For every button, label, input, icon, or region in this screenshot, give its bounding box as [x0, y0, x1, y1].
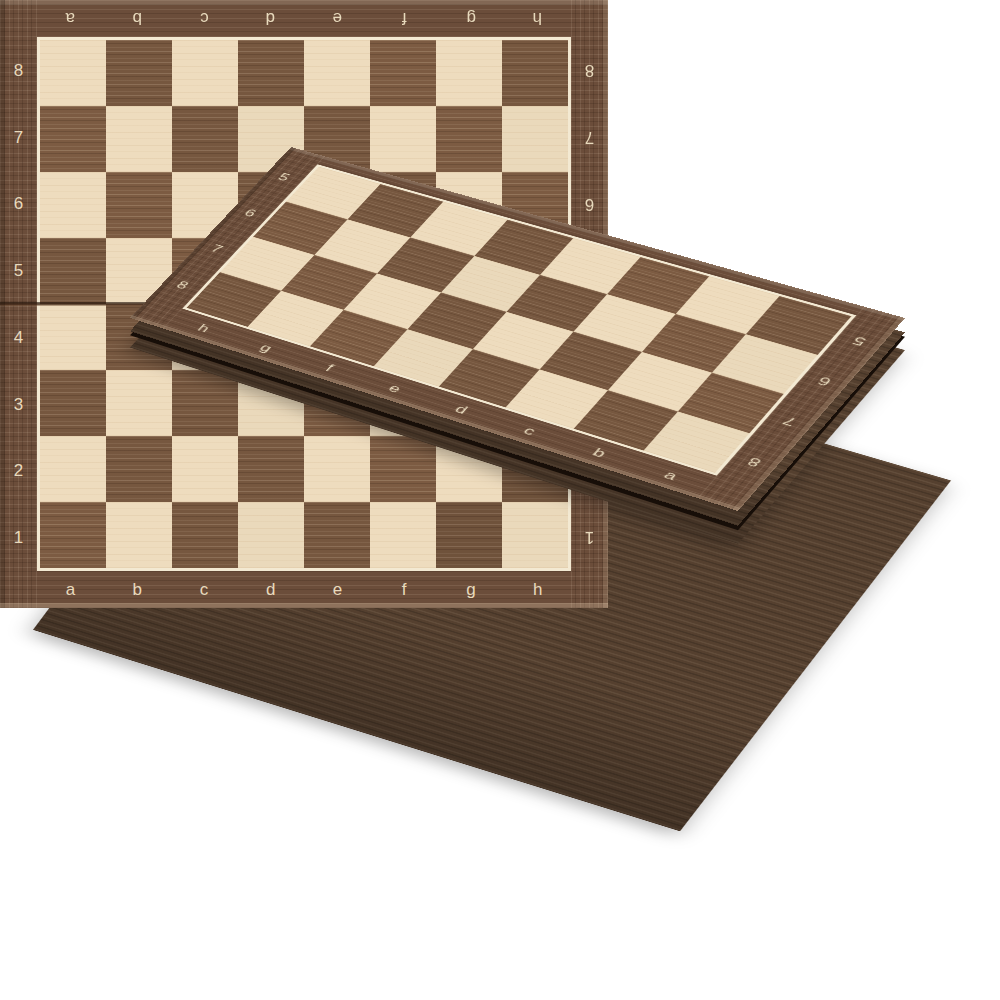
coordinate-label-a: a	[37, 0, 104, 37]
coordinate-label-h: h	[504, 571, 571, 608]
square-a7	[40, 106, 106, 172]
square-h7	[502, 106, 568, 172]
square-a3	[40, 370, 106, 436]
coordinate-label-d: d	[237, 571, 304, 608]
square-c3	[172, 370, 238, 436]
square-b3	[106, 370, 172, 436]
coordinate-label-b: b	[104, 571, 171, 608]
square-h1	[502, 502, 568, 568]
square-b1	[106, 502, 172, 568]
square-f7	[370, 106, 436, 172]
product-photo-scene: abcdefgh abcdefgh 87654321 87654321 hgfe…	[0, 0, 1000, 1000]
square-e1	[304, 502, 370, 568]
square-f8	[370, 40, 436, 106]
square-b7	[106, 106, 172, 172]
coordinate-label-c: c	[171, 0, 238, 37]
coordinate-label-d: d	[237, 0, 304, 37]
square-a6	[40, 172, 106, 238]
coordinate-label-a: a	[37, 571, 104, 608]
square-c7	[172, 106, 238, 172]
square-d8	[238, 40, 304, 106]
square-a5	[40, 238, 106, 304]
square-a8	[40, 40, 106, 106]
square-h8	[502, 40, 568, 106]
coordinate-label-e: e	[304, 571, 371, 608]
square-e8	[304, 40, 370, 106]
square-d1	[238, 502, 304, 568]
square-a4	[40, 304, 106, 370]
square-g7	[436, 106, 502, 172]
coordinate-label-e: e	[304, 0, 371, 37]
coordinate-label-g: g	[438, 571, 505, 608]
square-b2	[106, 436, 172, 502]
square-c1	[172, 502, 238, 568]
square-e2	[304, 436, 370, 502]
square-a2	[40, 436, 106, 502]
square-f2	[370, 436, 436, 502]
open-board-file-labels-far: abcdefgh	[37, 0, 571, 37]
square-b6	[106, 172, 172, 238]
coordinate-label-g: g	[438, 0, 505, 37]
coordinate-label-h: h	[504, 0, 571, 37]
square-b8	[106, 40, 172, 106]
square-c8	[172, 40, 238, 106]
square-g1	[436, 502, 502, 568]
square-a1	[40, 502, 106, 568]
coordinate-label-f: f	[371, 0, 438, 37]
open-board-file-labels-near: abcdefgh	[37, 571, 571, 608]
square-c2	[172, 436, 238, 502]
square-d2	[238, 436, 304, 502]
square-f1	[370, 502, 436, 568]
square-g8	[436, 40, 502, 106]
coordinate-label-f: f	[371, 571, 438, 608]
coordinate-label-c: c	[171, 571, 238, 608]
coordinate-label-b: b	[104, 0, 171, 37]
